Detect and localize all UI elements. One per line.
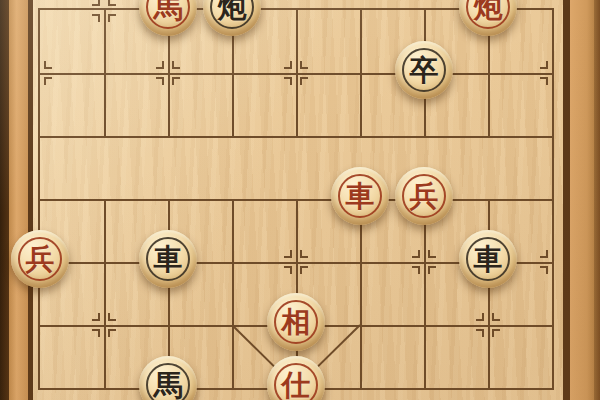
piece-glyph: 車 [154,245,183,274]
red-soldier-piece[interactable]: 兵 [395,167,453,225]
black-chariot-piece[interactable]: 車 [139,230,197,288]
piece-glyph: 相 [282,308,311,337]
red-horse-piece[interactable]: 馬 [139,0,197,36]
red-advisor-piece[interactable]: 仕 [267,356,325,400]
piece-glyph: 卒 [410,56,439,85]
piece-glyph: 炮 [474,0,503,22]
black-soldier-piece[interactable]: 卒 [395,41,453,99]
red-cannon-piece[interactable]: 炮 [459,0,517,36]
red-elephant-piece[interactable]: 相 [267,293,325,351]
piece-glyph: 炮 [218,0,247,22]
piece-glyph: 車 [346,182,375,211]
red-chariot-piece[interactable]: 車 [331,167,389,225]
piece-glyph: 仕 [282,371,311,400]
red-soldier-piece[interactable]: 兵 [11,230,69,288]
black-horse-piece[interactable]: 馬 [139,356,197,400]
black-chariot-piece[interactable]: 車 [459,230,517,288]
piece-glyph: 馬 [154,0,183,22]
xiangqi-game-screen: 馬炮炮卒車兵兵車車相馬仕 [0,0,600,400]
black-cannon-piece[interactable]: 炮 [203,0,261,36]
pieces-layer: 馬炮炮卒車兵兵車車相馬仕 [0,0,600,400]
piece-glyph: 車 [474,245,503,274]
piece-glyph: 馬 [154,371,183,400]
piece-glyph: 兵 [410,182,439,211]
piece-glyph: 兵 [26,245,55,274]
